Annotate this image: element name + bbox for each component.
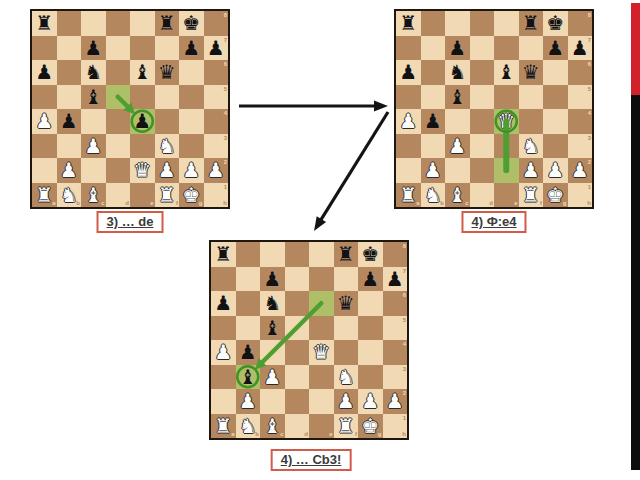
white-pawn: ♟ xyxy=(571,160,589,180)
rank-label: 6 xyxy=(403,292,406,298)
file-label: e xyxy=(150,200,153,206)
move-highlight xyxy=(494,158,519,183)
square-h7: ♟7 xyxy=(568,36,593,61)
white-bishop: ♝ xyxy=(84,185,102,205)
square-f8: ♜ xyxy=(519,11,544,36)
black-rook: ♜ xyxy=(337,244,355,264)
square-g5 xyxy=(179,85,204,110)
square-b3 xyxy=(421,134,446,159)
board-grid: ♜♜♚8♟♟♟7♟♞♝♛6♝5♟♟♛4♟♞3♟♟♟♟2♜a♞b♝cde♜f♚g1… xyxy=(396,11,592,207)
black-rook: ♜ xyxy=(158,13,176,33)
square-a1: ♜a xyxy=(211,414,236,439)
square-a6: ♟ xyxy=(396,60,421,85)
square-a2 xyxy=(211,389,236,414)
square-d7 xyxy=(106,36,131,61)
square-f6: ♛ xyxy=(519,60,544,85)
square-d2 xyxy=(106,158,131,183)
square-c5: ♝ xyxy=(445,85,470,110)
white-pawn: ♟ xyxy=(546,160,564,180)
square-a5 xyxy=(32,85,57,110)
square-f6: ♛ xyxy=(334,291,359,316)
square-h1: 1h xyxy=(568,183,593,208)
square-h6: 6 xyxy=(204,60,229,85)
square-g3 xyxy=(179,134,204,159)
rank-label: 1 xyxy=(403,415,406,421)
move-caption-1: 3) … de xyxy=(97,211,164,233)
white-pawn: ♟ xyxy=(522,160,540,180)
square-c6: ♞ xyxy=(445,60,470,85)
rank-label: 8 xyxy=(588,12,591,18)
file-label: f xyxy=(176,200,178,206)
square-f2: ♟ xyxy=(519,158,544,183)
square-b2: ♟ xyxy=(421,158,446,183)
square-c3: ♟ xyxy=(81,134,106,159)
square-b8 xyxy=(236,242,261,267)
rank-label: 4 xyxy=(403,341,406,347)
square-a7 xyxy=(396,36,421,61)
square-e4: ♛ xyxy=(494,109,519,134)
square-c8 xyxy=(445,11,470,36)
black-pawn: ♟ xyxy=(263,269,281,289)
white-pawn: ♟ xyxy=(35,111,53,131)
square-c2 xyxy=(81,158,106,183)
square-h4: 4 xyxy=(204,109,229,134)
square-e6 xyxy=(309,291,334,316)
square-h2: ♟2 xyxy=(383,389,408,414)
black-knight: ♞ xyxy=(448,62,466,82)
square-g2: ♟ xyxy=(358,389,383,414)
square-a5 xyxy=(396,85,421,110)
rank-label: 4 xyxy=(588,110,591,116)
white-rook: ♜ xyxy=(399,185,417,205)
square-e7 xyxy=(494,36,519,61)
square-f5 xyxy=(519,85,544,110)
square-e3 xyxy=(130,134,155,159)
square-d8 xyxy=(285,242,310,267)
square-g4 xyxy=(358,340,383,365)
square-d3 xyxy=(106,134,131,159)
square-c3: ♟ xyxy=(260,365,285,390)
square-a1: ♜a xyxy=(32,183,57,208)
chess-board-after-4-bb3: ♜♜♚8♟♟♟7♟♞♛6♝5♟♟♛4♝♟♞3♟♟♟♟2♜a♞b♝cde♜f♚g1… xyxy=(209,240,409,440)
accent-stripe-red xyxy=(631,3,640,95)
square-b6 xyxy=(57,60,82,85)
white-knight: ♞ xyxy=(522,136,540,156)
square-c1: ♝c xyxy=(260,414,285,439)
square-g1: ♚g xyxy=(179,183,204,208)
square-g2: ♟ xyxy=(543,158,568,183)
square-d6 xyxy=(106,60,131,85)
square-e5 xyxy=(130,85,155,110)
square-d8 xyxy=(106,11,131,36)
square-c2 xyxy=(260,389,285,414)
rank-label: 3 xyxy=(403,366,406,372)
white-knight: ♞ xyxy=(424,185,442,205)
rank-label: 3 xyxy=(588,135,591,141)
square-e4: ♛ xyxy=(309,340,334,365)
square-g8: ♚ xyxy=(358,242,383,267)
file-label: e xyxy=(514,200,517,206)
square-b7 xyxy=(421,36,446,61)
black-bishop: ♝ xyxy=(239,367,257,387)
square-d6 xyxy=(285,291,310,316)
square-d4 xyxy=(106,109,131,134)
square-a7 xyxy=(32,36,57,61)
square-d3 xyxy=(470,134,495,159)
black-pawn: ♟ xyxy=(207,38,225,58)
square-e7 xyxy=(309,267,334,292)
square-c6: ♞ xyxy=(260,291,285,316)
white-pawn: ♟ xyxy=(337,391,355,411)
square-c8 xyxy=(260,242,285,267)
white-queen: ♛ xyxy=(312,342,330,362)
square-e4: ♟ xyxy=(130,109,155,134)
white-rook: ♜ xyxy=(158,185,176,205)
square-e8 xyxy=(309,242,334,267)
file-label: d xyxy=(125,200,129,206)
square-f8: ♜ xyxy=(155,11,180,36)
square-b7 xyxy=(57,36,82,61)
square-c7: ♟ xyxy=(81,36,106,61)
square-b2: ♟ xyxy=(57,158,82,183)
square-e6: ♝ xyxy=(494,60,519,85)
square-c7: ♟ xyxy=(260,267,285,292)
square-h4: 4 xyxy=(568,109,593,134)
square-e7 xyxy=(130,36,155,61)
black-king: ♚ xyxy=(182,13,200,33)
file-label: h xyxy=(223,200,227,206)
square-c2 xyxy=(445,158,470,183)
square-h3: 3 xyxy=(568,134,593,159)
file-label: d xyxy=(304,431,308,437)
square-d1: d xyxy=(106,183,131,208)
black-bishop: ♝ xyxy=(133,62,151,82)
black-queen: ♛ xyxy=(158,62,176,82)
square-b3 xyxy=(57,134,82,159)
square-g5 xyxy=(543,85,568,110)
square-d6 xyxy=(470,60,495,85)
black-rook: ♜ xyxy=(214,244,232,264)
square-e2: ♛ xyxy=(130,158,155,183)
square-b6 xyxy=(421,60,446,85)
square-f4 xyxy=(155,109,180,134)
white-knight: ♞ xyxy=(239,416,257,436)
black-rook: ♜ xyxy=(399,13,417,33)
square-h5: 5 xyxy=(383,316,408,341)
square-e1: e xyxy=(494,183,519,208)
square-e2 xyxy=(309,389,334,414)
white-queen: ♛ xyxy=(133,160,151,180)
black-pawn: ♟ xyxy=(214,293,232,313)
rank-label: 5 xyxy=(588,86,591,92)
rank-label: 6 xyxy=(224,61,227,67)
black-rook: ♜ xyxy=(522,13,540,33)
square-f4 xyxy=(334,340,359,365)
square-e3 xyxy=(309,365,334,390)
square-g1: ♚g xyxy=(543,183,568,208)
square-g4 xyxy=(179,109,204,134)
move-highlight xyxy=(106,85,131,110)
square-d2 xyxy=(470,158,495,183)
square-e1: e xyxy=(130,183,155,208)
white-pawn: ♟ xyxy=(239,391,257,411)
square-d2 xyxy=(285,389,310,414)
square-d5 xyxy=(470,85,495,110)
square-f2: ♟ xyxy=(155,158,180,183)
square-h1: 1h xyxy=(204,183,229,208)
square-h8: 8 xyxy=(204,11,229,36)
move-caption-3: 4) … Сb3! xyxy=(271,449,352,471)
black-knight: ♞ xyxy=(84,62,102,82)
square-f7 xyxy=(334,267,359,292)
square-f5 xyxy=(334,316,359,341)
black-king: ♚ xyxy=(546,13,564,33)
rank-label: 5 xyxy=(224,86,227,92)
square-a3 xyxy=(396,134,421,159)
black-rook: ♜ xyxy=(35,13,53,33)
black-king: ♚ xyxy=(361,244,379,264)
square-b5 xyxy=(236,316,261,341)
black-pawn: ♟ xyxy=(361,269,379,289)
square-d1: d xyxy=(285,414,310,439)
square-h2: ♟2 xyxy=(204,158,229,183)
square-f4 xyxy=(519,109,544,134)
black-pawn: ♟ xyxy=(239,342,257,362)
square-d8 xyxy=(470,11,495,36)
square-h6: 6 xyxy=(383,291,408,316)
rank-label: 3 xyxy=(224,135,227,141)
square-c6: ♞ xyxy=(81,60,106,85)
square-f8: ♜ xyxy=(334,242,359,267)
square-a8: ♜ xyxy=(32,11,57,36)
white-pawn: ♟ xyxy=(60,160,78,180)
square-e8 xyxy=(130,11,155,36)
file-label: h xyxy=(402,431,406,437)
white-pawn: ♟ xyxy=(214,342,232,362)
square-a8: ♜ xyxy=(211,242,236,267)
square-d4 xyxy=(285,340,310,365)
black-knight: ♞ xyxy=(263,293,281,313)
white-pawn: ♟ xyxy=(424,160,442,180)
square-f3: ♞ xyxy=(334,365,359,390)
square-c5: ♝ xyxy=(81,85,106,110)
black-pawn: ♟ xyxy=(35,62,53,82)
rank-label: 1 xyxy=(224,184,227,190)
black-bishop: ♝ xyxy=(497,62,515,82)
square-b4: ♟ xyxy=(236,340,261,365)
square-a1: ♜a xyxy=(396,183,421,208)
square-g7: ♟ xyxy=(543,36,568,61)
square-g6 xyxy=(179,60,204,85)
square-g1: ♚g xyxy=(358,414,383,439)
white-king: ♚ xyxy=(182,185,200,205)
square-h7: ♟7 xyxy=(204,36,229,61)
square-b5 xyxy=(57,85,82,110)
square-c1: ♝c xyxy=(81,183,106,208)
square-e5 xyxy=(494,85,519,110)
square-a2 xyxy=(396,158,421,183)
square-d7 xyxy=(285,267,310,292)
white-pawn: ♟ xyxy=(399,111,417,131)
square-g2: ♟ xyxy=(179,158,204,183)
rank-label: 1 xyxy=(588,184,591,190)
black-pawn: ♟ xyxy=(424,111,442,131)
white-rook: ♜ xyxy=(522,185,540,205)
black-pawn: ♟ xyxy=(546,38,564,58)
white-bishop: ♝ xyxy=(263,416,281,436)
white-pawn: ♟ xyxy=(182,160,200,180)
black-pawn: ♟ xyxy=(571,38,589,58)
square-d5 xyxy=(285,316,310,341)
square-b4: ♟ xyxy=(57,109,82,134)
square-f1: ♜f xyxy=(334,414,359,439)
square-d1: d xyxy=(470,183,495,208)
square-d7 xyxy=(470,36,495,61)
white-bishop: ♝ xyxy=(448,185,466,205)
square-f2: ♟ xyxy=(334,389,359,414)
black-pawn: ♟ xyxy=(60,111,78,131)
square-a4: ♟ xyxy=(396,109,421,134)
white-pawn: ♟ xyxy=(158,160,176,180)
black-bishop: ♝ xyxy=(84,87,102,107)
square-a3 xyxy=(211,365,236,390)
square-e1: e xyxy=(309,414,334,439)
slide: ♜♜♚8♟♟♟7♟♞♝♛6♝5♟♟♟4♟♞3♟♛♟♟♟2♜a♞b♝cde♜f♚g… xyxy=(0,0,640,480)
square-a6: ♟ xyxy=(32,60,57,85)
square-a2 xyxy=(32,158,57,183)
square-c4 xyxy=(445,109,470,134)
square-g3 xyxy=(543,134,568,159)
square-b3: ♝ xyxy=(236,365,261,390)
square-b2: ♟ xyxy=(236,389,261,414)
square-a3 xyxy=(32,134,57,159)
square-c8 xyxy=(81,11,106,36)
square-c3: ♟ xyxy=(445,134,470,159)
white-pawn: ♟ xyxy=(207,160,225,180)
square-a7 xyxy=(211,267,236,292)
board-grid: ♜♜♚8♟♟♟7♟♞♝♛6♝5♟♟♟4♟♞3♟♛♟♟♟2♜a♞b♝cde♜f♚g… xyxy=(32,11,228,207)
square-h8: 8 xyxy=(568,11,593,36)
accent-stripe-black xyxy=(631,95,640,470)
square-f3: ♞ xyxy=(519,134,544,159)
black-queen: ♛ xyxy=(337,293,355,313)
square-b1: ♞b xyxy=(421,183,446,208)
square-h1: 1h xyxy=(383,414,408,439)
square-b6 xyxy=(236,291,261,316)
square-a8: ♜ xyxy=(396,11,421,36)
square-h4: 4 xyxy=(383,340,408,365)
square-f1: ♜f xyxy=(155,183,180,208)
square-h7: ♟7 xyxy=(383,267,408,292)
black-bishop: ♝ xyxy=(448,87,466,107)
file-label: e xyxy=(329,431,332,437)
square-a4: ♟ xyxy=(32,109,57,134)
black-pawn: ♟ xyxy=(448,38,466,58)
square-h5: 5 xyxy=(204,85,229,110)
square-c7: ♟ xyxy=(445,36,470,61)
square-f7 xyxy=(155,36,180,61)
square-b1: ♞b xyxy=(236,414,261,439)
file-label: d xyxy=(489,200,493,206)
black-pawn: ♟ xyxy=(399,62,417,82)
square-g6 xyxy=(543,60,568,85)
white-knight: ♞ xyxy=(60,185,78,205)
square-h5: 5 xyxy=(568,85,593,110)
chess-board-after-4-qxe4: ♜♜♚8♟♟♟7♟♞♝♛6♝5♟♟♛4♟♞3♟♟♟♟2♜a♞b♝cde♜f♚g1… xyxy=(394,9,594,209)
board-grid: ♜♜♚8♟♟♟7♟♞♛6♝5♟♟♛4♝♟♞3♟♟♟♟2♜a♞b♝cde♜f♚g1… xyxy=(211,242,407,438)
white-knight: ♞ xyxy=(337,367,355,387)
square-h8: 8 xyxy=(383,242,408,267)
square-b4: ♟ xyxy=(421,109,446,134)
rank-label: 5 xyxy=(403,317,406,323)
square-e2 xyxy=(494,158,519,183)
black-pawn: ♟ xyxy=(133,111,151,131)
square-b1: ♞b xyxy=(57,183,82,208)
square-g8: ♚ xyxy=(179,11,204,36)
white-pawn: ♟ xyxy=(448,136,466,156)
square-e6: ♝ xyxy=(130,60,155,85)
square-b8 xyxy=(421,11,446,36)
move-caption-2: 4) Ф:e4 xyxy=(461,211,526,233)
white-rook: ♜ xyxy=(214,416,232,436)
square-h2: ♟2 xyxy=(568,158,593,183)
square-a5 xyxy=(211,316,236,341)
rank-label: 6 xyxy=(588,61,591,67)
black-pawn: ♟ xyxy=(182,38,200,58)
square-c4 xyxy=(260,340,285,365)
square-a4: ♟ xyxy=(211,340,236,365)
square-h3: 3 xyxy=(383,365,408,390)
square-b5 xyxy=(421,85,446,110)
black-queen: ♛ xyxy=(522,62,540,82)
square-f3: ♞ xyxy=(155,134,180,159)
white-pawn: ♟ xyxy=(386,391,404,411)
black-bishop: ♝ xyxy=(263,318,281,338)
square-d4 xyxy=(470,109,495,134)
square-g3 xyxy=(358,365,383,390)
square-g5 xyxy=(358,316,383,341)
square-f6: ♛ xyxy=(155,60,180,85)
black-pawn: ♟ xyxy=(84,38,102,58)
square-h3: 3 xyxy=(204,134,229,159)
square-e5 xyxy=(309,316,334,341)
file-label: f xyxy=(540,200,542,206)
square-b7 xyxy=(236,267,261,292)
chess-board-after-3-dxe4: ♜♜♚8♟♟♟7♟♞♝♛6♝5♟♟♟4♟♞3♟♛♟♟♟2♜a♞b♝cde♜f♚g… xyxy=(30,9,230,209)
square-d3 xyxy=(285,365,310,390)
white-king: ♚ xyxy=(361,416,379,436)
square-g4 xyxy=(543,109,568,134)
rank-label: 8 xyxy=(403,243,406,249)
square-g7: ♟ xyxy=(358,267,383,292)
white-rook: ♜ xyxy=(337,416,355,436)
square-e8 xyxy=(494,11,519,36)
square-c4 xyxy=(81,109,106,134)
rank-label: 4 xyxy=(224,110,227,116)
square-d5 xyxy=(106,85,131,110)
white-queen: ♛ xyxy=(497,111,515,131)
square-g6 xyxy=(358,291,383,316)
square-h6: 6 xyxy=(568,60,593,85)
square-g8: ♚ xyxy=(543,11,568,36)
move-highlight xyxy=(309,291,334,316)
square-f7 xyxy=(519,36,544,61)
white-pawn: ♟ xyxy=(361,391,379,411)
square-g7: ♟ xyxy=(179,36,204,61)
square-b8 xyxy=(57,11,82,36)
square-e3 xyxy=(494,134,519,159)
white-pawn: ♟ xyxy=(84,136,102,156)
